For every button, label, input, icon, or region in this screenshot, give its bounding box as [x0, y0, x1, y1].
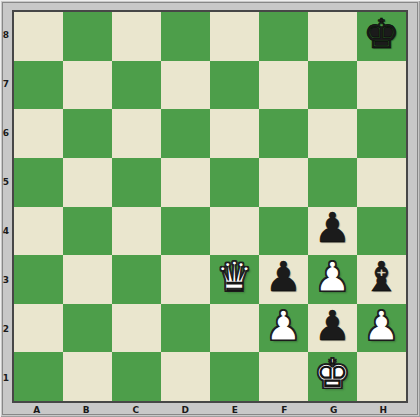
square-g6[interactable]: [308, 109, 357, 158]
square-c6[interactable]: [112, 109, 161, 158]
square-e1[interactable]: [210, 352, 259, 401]
square-h7[interactable]: [357, 61, 406, 110]
square-b8[interactable]: [63, 12, 112, 61]
square-f1[interactable]: [259, 352, 308, 401]
square-a1[interactable]: [14, 352, 63, 401]
square-g5[interactable]: [308, 158, 357, 207]
square-e4[interactable]: [210, 207, 259, 256]
square-e7[interactable]: [210, 61, 259, 110]
file-label-h: H: [359, 403, 409, 416]
square-a8[interactable]: [14, 12, 63, 61]
white-pawn[interactable]: ♟: [308, 255, 357, 302]
file-label-g: G: [309, 403, 359, 416]
square-h2[interactable]: ♟: [357, 304, 406, 353]
white-king[interactable]: ♚: [308, 352, 357, 399]
square-h5[interactable]: [357, 158, 406, 207]
square-a6[interactable]: [14, 109, 63, 158]
square-d8[interactable]: [161, 12, 210, 61]
rank-label-8: 8: [0, 10, 12, 59]
file-label-f: F: [260, 403, 310, 416]
black-king[interactable]: ♚: [357, 12, 406, 59]
rank-label-1: 1: [0, 354, 12, 403]
square-h4[interactable]: [357, 207, 406, 256]
square-e6[interactable]: [210, 109, 259, 158]
square-a2[interactable]: [14, 304, 63, 353]
square-b1[interactable]: [63, 352, 112, 401]
rank-label-4: 4: [0, 207, 12, 256]
square-c1[interactable]: [112, 352, 161, 401]
square-f2[interactable]: ♟: [259, 304, 308, 353]
square-d7[interactable]: [161, 61, 210, 110]
black-bishop[interactable]: ♝: [357, 255, 406, 302]
rank-label-5: 5: [0, 157, 12, 206]
square-d4[interactable]: [161, 207, 210, 256]
square-b3[interactable]: [63, 255, 112, 304]
square-b2[interactable]: [63, 304, 112, 353]
square-e5[interactable]: [210, 158, 259, 207]
square-g8[interactable]: [308, 12, 357, 61]
black-pawn[interactable]: ♟: [308, 304, 357, 351]
square-h8[interactable]: ♚: [357, 12, 406, 61]
chess-board-frame: 87654321 ABCDEFGH ♚♟♛♟♟♝♟♟♟♚: [0, 0, 420, 417]
square-c4[interactable]: [112, 207, 161, 256]
square-a3[interactable]: [14, 255, 63, 304]
file-label-b: B: [62, 403, 112, 416]
square-d6[interactable]: [161, 109, 210, 158]
square-a4[interactable]: [14, 207, 63, 256]
rank-label-6: 6: [0, 108, 12, 157]
square-d5[interactable]: [161, 158, 210, 207]
square-c3[interactable]: [112, 255, 161, 304]
white-pawn[interactable]: ♟: [357, 304, 406, 351]
file-label-c: C: [111, 403, 161, 416]
square-g3[interactable]: ♟: [308, 255, 357, 304]
square-c8[interactable]: [112, 12, 161, 61]
file-label-e: E: [210, 403, 260, 416]
rank-label-7: 7: [0, 59, 12, 108]
square-f6[interactable]: [259, 109, 308, 158]
square-c2[interactable]: [112, 304, 161, 353]
square-g4[interactable]: ♟: [308, 207, 357, 256]
black-pawn[interactable]: ♟: [308, 207, 357, 254]
square-g7[interactable]: [308, 61, 357, 110]
file-label-d: D: [161, 403, 211, 416]
square-f7[interactable]: [259, 61, 308, 110]
square-c7[interactable]: [112, 61, 161, 110]
rank-label-2: 2: [0, 305, 12, 354]
square-g2[interactable]: ♟: [308, 304, 357, 353]
square-b4[interactable]: [63, 207, 112, 256]
square-d1[interactable]: [161, 352, 210, 401]
square-e3[interactable]: ♛: [210, 255, 259, 304]
square-g1[interactable]: ♚: [308, 352, 357, 401]
white-pawn[interactable]: ♟: [259, 304, 308, 351]
square-f5[interactable]: [259, 158, 308, 207]
square-a5[interactable]: [14, 158, 63, 207]
square-a7[interactable]: [14, 61, 63, 110]
square-f3[interactable]: ♟: [259, 255, 308, 304]
square-f8[interactable]: [259, 12, 308, 61]
square-b6[interactable]: [63, 109, 112, 158]
square-h1[interactable]: [357, 352, 406, 401]
square-c5[interactable]: [112, 158, 161, 207]
file-labels: ABCDEFGH: [12, 403, 408, 416]
rank-label-3: 3: [0, 256, 12, 305]
square-b7[interactable]: [63, 61, 112, 110]
square-h6[interactable]: [357, 109, 406, 158]
file-label-a: A: [12, 403, 62, 416]
square-b5[interactable]: [63, 158, 112, 207]
square-d2[interactable]: [161, 304, 210, 353]
square-h3[interactable]: ♝: [357, 255, 406, 304]
white-queen[interactable]: ♛: [210, 255, 259, 302]
square-d3[interactable]: [161, 255, 210, 304]
square-e2[interactable]: [210, 304, 259, 353]
rank-labels: 87654321: [0, 10, 12, 403]
board-grid: ♚♟♛♟♟♝♟♟♟♚: [12, 10, 408, 403]
square-e8[interactable]: [210, 12, 259, 61]
square-f4[interactable]: [259, 207, 308, 256]
black-pawn[interactable]: ♟: [259, 255, 308, 302]
